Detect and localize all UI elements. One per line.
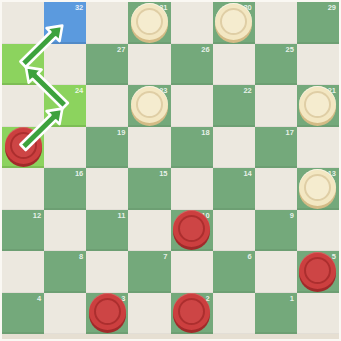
light-square-r3c3 [128,127,170,169]
square-4[interactable]: 4 [2,293,44,335]
square-number: 9 [290,212,294,220]
square-21[interactable]: 21 [297,85,339,127]
light-square-r4c4 [171,168,213,210]
light-square-r1c5 [213,44,255,86]
red-piece[interactable] [173,293,210,330]
light-square-r4c6 [255,168,297,210]
square-14[interactable]: 14 [213,168,255,210]
light-square-r0c0 [2,2,44,44]
square-28[interactable]: 28 [2,44,44,86]
square-number: 16 [75,170,83,178]
light-square-r5c7 [297,210,339,252]
square-number: 19 [117,129,125,137]
red-piece[interactable] [299,252,336,289]
board-grid: 3231302928272625242322212019181716151413… [2,2,339,334]
square-9[interactable]: 9 [255,210,297,252]
light-square-r3c1 [44,127,86,169]
square-number: 18 [201,129,209,137]
square-18[interactable]: 18 [171,127,213,169]
light-square-r6c2 [86,251,128,293]
square-15[interactable]: 15 [128,168,170,210]
square-3[interactable]: 3 [86,293,128,335]
square-30[interactable]: 30 [213,2,255,44]
square-8[interactable]: 8 [44,251,86,293]
square-11[interactable]: 11 [86,210,128,252]
light-square-r3c7 [297,127,339,169]
red-piece[interactable] [5,127,42,164]
square-17[interactable]: 17 [255,127,297,169]
light-square-r0c4 [171,2,213,44]
square-number: 11 [117,212,125,220]
light-square-r6c4 [171,251,213,293]
square-29[interactable]: 29 [297,2,339,44]
square-number: 6 [248,253,252,261]
square-number: 4 [37,295,41,303]
square-number: 8 [79,253,83,261]
square-number: 14 [243,170,251,178]
white-piece[interactable] [215,3,252,40]
light-square-r2c2 [86,85,128,127]
light-square-r0c2 [86,2,128,44]
square-number: 27 [117,46,125,54]
square-1[interactable]: 1 [255,293,297,335]
square-6[interactable]: 6 [213,251,255,293]
square-26[interactable]: 26 [171,44,213,86]
square-13[interactable]: 13 [297,168,339,210]
square-10[interactable]: 10 [171,210,213,252]
square-16[interactable]: 16 [44,168,86,210]
checkers-app: 3231302928272625242322212019181716151413… [0,0,341,341]
light-square-r2c4 [171,85,213,127]
light-square-r3c5 [213,127,255,169]
white-piece[interactable] [131,3,168,40]
square-2[interactable]: 2 [171,293,213,335]
square-23[interactable]: 23 [128,85,170,127]
white-piece[interactable] [131,86,168,123]
light-square-r6c6 [255,251,297,293]
square-number: 24 [75,87,83,95]
red-piece[interactable] [173,210,210,247]
square-22[interactable]: 22 [213,85,255,127]
light-square-r5c1 [44,210,86,252]
square-31[interactable]: 31 [128,2,170,44]
light-square-r7c5 [213,293,255,335]
light-square-r1c1 [44,44,86,86]
square-number: 12 [33,212,41,220]
square-27[interactable]: 27 [86,44,128,86]
square-number: 28 [33,46,41,54]
light-square-r4c2 [86,168,128,210]
white-piece[interactable] [299,86,336,123]
square-number: 29 [328,4,336,12]
square-number: 1 [290,295,294,303]
square-number: 25 [286,46,294,54]
light-square-r2c6 [255,85,297,127]
square-number: 32 [75,4,83,12]
square-7[interactable]: 7 [128,251,170,293]
square-number: 15 [159,170,167,178]
light-square-r7c1 [44,293,86,335]
light-square-r5c3 [128,210,170,252]
light-square-r2c0 [2,85,44,127]
square-5[interactable]: 5 [297,251,339,293]
red-piece[interactable] [89,293,126,330]
square-number: 7 [163,253,167,261]
light-square-r7c7 [297,293,339,335]
square-24[interactable]: 24 [44,85,86,127]
light-square-r5c5 [213,210,255,252]
square-20[interactable]: 20 [2,127,44,169]
square-19[interactable]: 19 [86,127,128,169]
light-square-r1c7 [297,44,339,86]
light-square-r1c3 [128,44,170,86]
light-square-r7c3 [128,293,170,335]
light-square-r0c6 [255,2,297,44]
square-12[interactable]: 12 [2,210,44,252]
white-piece[interactable] [299,169,336,206]
light-square-r4c0 [2,168,44,210]
checkers-board: 3231302928272625242322212019181716151413… [2,2,339,339]
square-number: 22 [243,87,251,95]
square-25[interactable]: 25 [255,44,297,86]
square-number: 17 [286,129,294,137]
square-number: 26 [201,46,209,54]
light-square-r6c0 [2,251,44,293]
square-32[interactable]: 32 [44,2,86,44]
